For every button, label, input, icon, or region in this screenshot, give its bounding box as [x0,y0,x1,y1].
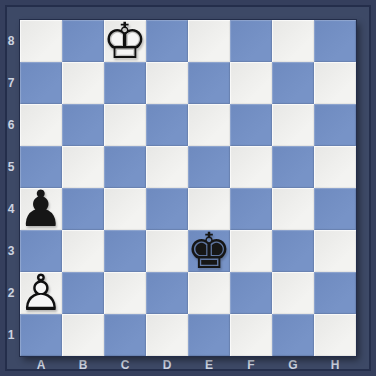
square-b2[interactable] [62,272,104,314]
black-piece-glyph: ♚ [188,230,230,272]
square-b5[interactable] [62,146,104,188]
square-e3[interactable]: ♚ [188,230,230,272]
white-king[interactable]: ♚♔ [104,20,146,62]
chess-board-frame: 87654321 ABCDEFGH ♚♔♟♚♟♙ [0,0,376,376]
white-piece-outline-glyph: ♔ [104,20,146,62]
square-a3[interactable] [20,230,62,272]
square-a4[interactable]: ♟ [20,188,62,230]
square-e4[interactable] [188,188,230,230]
square-c7[interactable] [104,62,146,104]
square-g3[interactable] [272,230,314,272]
rank-label-2: 2 [3,272,19,314]
square-g2[interactable] [272,272,314,314]
file-label-c: C [104,356,146,373]
file-label-b: B [62,356,104,373]
rank-label-5: 5 [3,146,19,188]
square-c4[interactable] [104,188,146,230]
square-g4[interactable] [272,188,314,230]
square-a6[interactable] [20,104,62,146]
square-h5[interactable] [314,146,356,188]
rank-label-4: 4 [3,188,19,230]
white-piece-fill-glyph: ♟ [20,272,62,314]
file-label-e: E [188,356,230,373]
square-c3[interactable] [104,230,146,272]
square-b8[interactable] [62,20,104,62]
square-b6[interactable] [62,104,104,146]
square-f2[interactable] [230,272,272,314]
square-h2[interactable] [314,272,356,314]
file-label-a: A [20,356,62,373]
square-c2[interactable] [104,272,146,314]
black-pawn[interactable]: ♟ [20,188,62,230]
chess-board: ♚♔♟♚♟♙ [20,20,356,356]
square-d5[interactable] [146,146,188,188]
square-f4[interactable] [230,188,272,230]
file-labels: ABCDEFGH [20,356,356,373]
square-d8[interactable] [146,20,188,62]
square-f1[interactable] [230,314,272,356]
file-label-g: G [272,356,314,373]
rank-label-1: 1 [3,314,19,356]
square-a1[interactable] [20,314,62,356]
square-h6[interactable] [314,104,356,146]
square-g8[interactable] [272,20,314,62]
square-e2[interactable] [188,272,230,314]
white-pawn[interactable]: ♟♙ [20,272,62,314]
square-f8[interactable] [230,20,272,62]
square-e5[interactable] [188,146,230,188]
rank-label-6: 6 [3,104,19,146]
square-c5[interactable] [104,146,146,188]
square-c1[interactable] [104,314,146,356]
rank-label-3: 3 [3,230,19,272]
square-h8[interactable] [314,20,356,62]
rank-label-7: 7 [3,62,19,104]
square-d7[interactable] [146,62,188,104]
square-d4[interactable] [146,188,188,230]
square-g5[interactable] [272,146,314,188]
white-piece-fill-glyph: ♚ [104,20,146,62]
square-d1[interactable] [146,314,188,356]
square-e6[interactable] [188,104,230,146]
square-a2[interactable]: ♟♙ [20,272,62,314]
square-b1[interactable] [62,314,104,356]
square-h7[interactable] [314,62,356,104]
square-d2[interactable] [146,272,188,314]
rank-label-8: 8 [3,20,19,62]
square-d6[interactable] [146,104,188,146]
square-f6[interactable] [230,104,272,146]
white-piece-outline-glyph: ♙ [20,272,62,314]
square-b4[interactable] [62,188,104,230]
square-e7[interactable] [188,62,230,104]
black-piece-glyph: ♟ [20,188,62,230]
square-f5[interactable] [230,146,272,188]
square-h1[interactable] [314,314,356,356]
file-label-h: H [314,356,356,373]
square-f3[interactable] [230,230,272,272]
black-king[interactable]: ♚ [188,230,230,272]
square-e8[interactable] [188,20,230,62]
square-e1[interactable] [188,314,230,356]
square-g6[interactable] [272,104,314,146]
square-d3[interactable] [146,230,188,272]
square-h3[interactable] [314,230,356,272]
file-label-d: D [146,356,188,373]
square-a5[interactable] [20,146,62,188]
square-b7[interactable] [62,62,104,104]
rank-labels: 87654321 [3,20,19,356]
square-g1[interactable] [272,314,314,356]
file-label-f: F [230,356,272,373]
square-f7[interactable] [230,62,272,104]
square-a8[interactable] [20,20,62,62]
square-b3[interactable] [62,230,104,272]
square-c8[interactable]: ♚♔ [104,20,146,62]
square-h4[interactable] [314,188,356,230]
square-a7[interactable] [20,62,62,104]
square-g7[interactable] [272,62,314,104]
square-c6[interactable] [104,104,146,146]
